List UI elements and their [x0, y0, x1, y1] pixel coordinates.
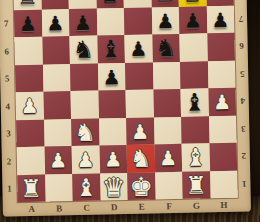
rank-label-right-5: 5	[236, 60, 249, 88]
square-h4[interactable]: ♟	[208, 88, 236, 116]
square-h7[interactable]: ♟	[206, 5, 234, 33]
rank-label-right-3: 3	[237, 115, 250, 143]
square-h3[interactable]	[209, 115, 237, 143]
rank-label-right-6: 6	[235, 33, 248, 61]
piece-black-pawn-b7[interactable]: ♟	[41, 10, 69, 38]
square-d5[interactable]: ♟	[97, 62, 125, 90]
piece-white-pawn-h4[interactable]: ♟	[208, 89, 236, 117]
square-f3[interactable]	[154, 116, 182, 144]
square-g6[interactable]	[179, 33, 207, 61]
square-f6[interactable]: ♞	[152, 34, 180, 62]
rank-label-left-6: 6	[0, 37, 14, 65]
photo-scene: 87654321 87654321 ♜♛♜♚♟♟♟♟♟♟♞♝♟♞♟♟♝♟♞♟♟♟…	[0, 0, 260, 222]
rank-label-left-7: 7	[0, 10, 13, 38]
square-d1[interactable]: ♛	[100, 172, 128, 200]
square-f5[interactable]	[152, 61, 180, 89]
square-e5[interactable]	[125, 62, 153, 90]
rank-label-left-5: 5	[0, 65, 15, 93]
square-c2[interactable]: ♟	[72, 146, 100, 174]
square-h1[interactable]	[210, 170, 238, 198]
piece-white-pawn-b2[interactable]: ♟	[44, 147, 72, 175]
file-label-g: G	[183, 198, 211, 213]
square-f4[interactable]	[153, 89, 181, 117]
square-d3[interactable]	[99, 117, 127, 145]
rank-label-left-1: 1	[2, 175, 17, 203]
square-b1[interactable]	[45, 174, 73, 202]
square-a6[interactable]	[14, 37, 42, 65]
square-c4[interactable]	[71, 91, 99, 119]
rank-label-right-7: 7	[235, 5, 248, 33]
square-h6[interactable]	[207, 33, 235, 61]
rank-label-left-8: 8	[0, 0, 13, 10]
piece-white-bishop-g2[interactable]: ♝	[182, 144, 210, 172]
piece-white-pawn-e3[interactable]: ♟	[126, 118, 154, 146]
rank-label-right-8: 8	[234, 0, 247, 5]
square-c7[interactable]: ♟	[69, 8, 97, 36]
board-squares: ♜♛♜♚♟♟♟♟♟♟♞♝♟♞♟♟♝♟♞♟♟♟♟♞♟♝♜♝♛♚♜	[13, 0, 237, 202]
square-g2[interactable]: ♝	[182, 143, 210, 171]
square-g1[interactable]: ♜	[182, 171, 210, 199]
file-label-a: A	[18, 202, 46, 217]
square-g4[interactable]: ♝	[180, 88, 208, 116]
file-label-h: H	[210, 198, 238, 213]
square-g7[interactable]: ♟	[179, 6, 207, 34]
file-label-d: D	[100, 200, 128, 215]
square-a2[interactable]	[17, 147, 45, 175]
square-h2[interactable]	[209, 143, 237, 171]
piece-black-knight-f6[interactable]: ♞	[152, 35, 180, 63]
piece-black-pawn-g7[interactable]: ♟	[179, 7, 207, 35]
piece-white-pawn-a4[interactable]: ♟	[16, 93, 44, 121]
square-a3[interactable]	[16, 119, 44, 147]
rank-label-left-3: 3	[1, 120, 16, 148]
square-c6[interactable]: ♞	[69, 36, 97, 64]
square-h5[interactable]	[207, 60, 235, 88]
piece-white-pawn-d2[interactable]: ♟	[99, 146, 127, 174]
square-a1[interactable]: ♜	[17, 174, 45, 202]
square-f7[interactable]: ♟	[151, 6, 179, 34]
square-b7[interactable]: ♟	[41, 9, 69, 37]
piece-white-pawn-f2[interactable]: ♟	[154, 145, 182, 173]
square-f2[interactable]: ♟	[154, 144, 182, 172]
piece-black-pawn-h7[interactable]: ♟	[206, 6, 234, 34]
piece-white-pawn-c2[interactable]: ♟	[72, 147, 100, 175]
piece-white-rook-a1[interactable]: ♜	[17, 175, 45, 203]
square-b6[interactable]	[42, 36, 70, 64]
square-e7[interactable]	[124, 7, 152, 35]
piece-black-pawn-d5[interactable]: ♟	[97, 63, 125, 91]
square-e1[interactable]: ♚	[127, 172, 155, 200]
file-label-c: C	[73, 201, 101, 216]
square-a5[interactable]	[15, 64, 43, 92]
piece-black-bishop-g4[interactable]: ♝	[181, 89, 209, 117]
square-c5[interactable]	[70, 63, 98, 91]
rank-label-left-4: 4	[1, 92, 16, 120]
piece-black-pawn-c7[interactable]: ♟	[69, 9, 97, 37]
rank-label-right-2: 2	[238, 143, 251, 171]
square-b4[interactable]	[43, 91, 71, 119]
square-d7[interactable]	[96, 8, 124, 36]
piece-white-queen-d1[interactable]: ♛	[100, 173, 128, 201]
piece-white-knight-c3[interactable]: ♞	[71, 119, 99, 147]
square-e2[interactable]: ♞	[127, 144, 155, 172]
piece-black-knight-c6[interactable]: ♞	[69, 37, 97, 65]
square-g5[interactable]	[180, 61, 208, 89]
piece-white-king-e1[interactable]: ♚	[127, 173, 155, 201]
chess-board: 87654321 87654321 ♜♛♜♚♟♟♟♟♟♟♞♝♟♞♟♟♝♟♞♟♟♟…	[0, 0, 251, 216]
square-c1[interactable]: ♝	[72, 173, 100, 201]
piece-black-pawn-f7[interactable]: ♟	[151, 7, 179, 35]
square-e3[interactable]: ♟	[126, 117, 154, 145]
rank-label-left-2: 2	[2, 147, 17, 175]
rank-label-right-4: 4	[236, 88, 249, 116]
square-a4[interactable]: ♟	[16, 92, 44, 120]
piece-black-pawn-e6[interactable]: ♟	[124, 35, 152, 63]
square-b3[interactable]	[44, 119, 72, 147]
file-label-f: F	[155, 199, 183, 214]
rank-label-right-1: 1	[238, 170, 251, 198]
square-e6[interactable]: ♟	[124, 34, 152, 62]
file-label-b: B	[45, 201, 73, 216]
square-b2[interactable]: ♟	[44, 146, 72, 174]
square-d4[interactable]	[98, 90, 126, 118]
file-label-e: E	[128, 199, 156, 214]
piece-black-bishop-d6[interactable]: ♝	[97, 36, 125, 64]
square-g3[interactable]	[181, 116, 209, 144]
square-c3[interactable]: ♞	[71, 118, 99, 146]
piece-black-pawn-a7[interactable]: ♟	[14, 10, 42, 38]
piece-white-bishop-c1[interactable]: ♝	[72, 174, 100, 202]
square-d2[interactable]: ♟	[99, 145, 127, 173]
square-f1[interactable]	[155, 171, 183, 199]
square-b5[interactable]	[42, 64, 70, 92]
square-a7[interactable]: ♟	[14, 9, 42, 37]
piece-white-knight-e2[interactable]: ♞	[127, 145, 155, 173]
piece-white-rook-g1[interactable]: ♜	[182, 172, 210, 200]
square-e4[interactable]	[125, 89, 153, 117]
square-d6[interactable]: ♝	[97, 35, 125, 63]
